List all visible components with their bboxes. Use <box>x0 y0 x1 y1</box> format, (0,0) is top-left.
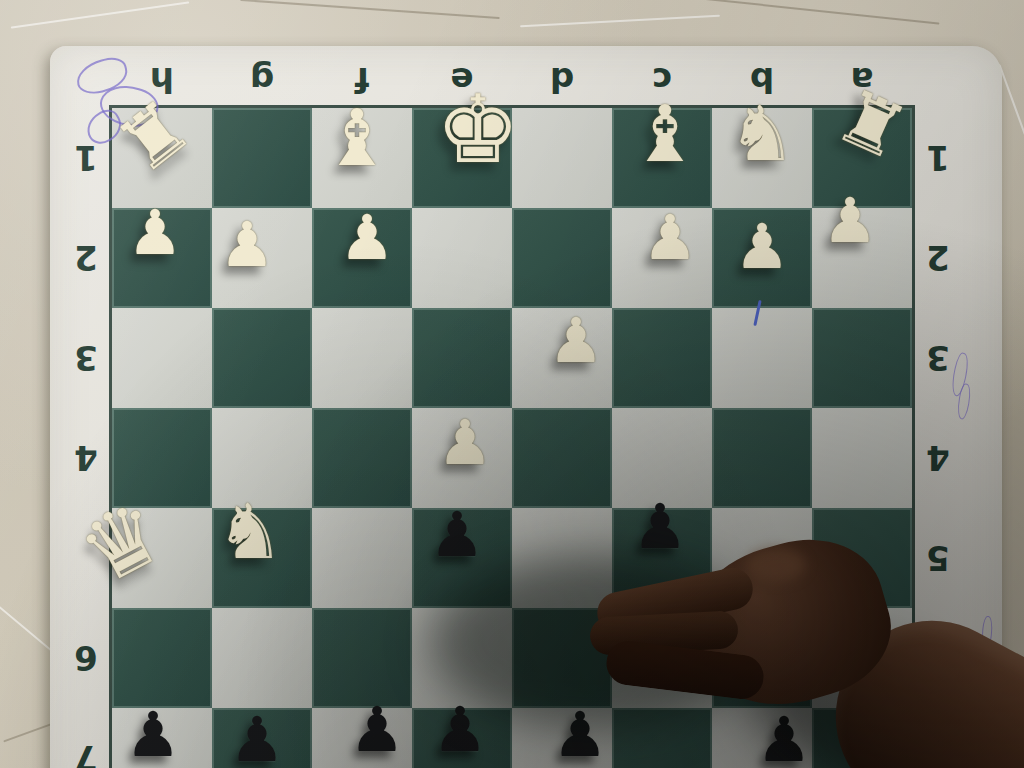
square-b3[interactable] <box>712 308 812 408</box>
piece-white-bishop-c1[interactable]: ♝ <box>630 95 700 173</box>
rank-label-left-3: 3 <box>74 338 98 378</box>
piece-black-pawn-e5[interactable]: ♟ <box>429 504 485 566</box>
rank-label-right-4: 4 <box>926 438 950 478</box>
piece-white-pawn-d3[interactable]: ♟ <box>548 310 604 372</box>
rank-label-right-3: 3 <box>926 338 950 378</box>
square-d4[interactable] <box>512 408 612 508</box>
piece-black-pawn-c5[interactable]: ♟ <box>632 496 688 558</box>
square-c3[interactable] <box>612 308 712 408</box>
square-g6[interactable] <box>212 608 312 708</box>
square-e3[interactable] <box>412 308 512 408</box>
rank-label-right-1: 1 <box>926 138 950 178</box>
square-h6[interactable] <box>112 608 212 708</box>
rank-label-left-1: 1 <box>74 138 98 178</box>
piece-black-pawn-e7[interactable]: ♟ <box>432 699 488 761</box>
rank-label-left-2: 2 <box>74 238 98 278</box>
piece-black-pawn-f7[interactable]: ♟ <box>349 699 405 761</box>
square-f5[interactable] <box>312 508 412 608</box>
square-f4[interactable] <box>312 408 412 508</box>
piece-black-pawn-g7[interactable]: ♟ <box>229 709 285 768</box>
piece-white-pawn-g2[interactable]: ♟ <box>219 214 275 276</box>
square-e2[interactable] <box>412 208 512 308</box>
piece-white-pawn-f2[interactable]: ♟ <box>339 207 395 269</box>
piece-white-pawn-a2[interactable]: ♟ <box>822 190 878 252</box>
square-d1[interactable] <box>512 108 612 208</box>
piece-white-pawn-h2[interactable]: ♟ <box>127 202 183 264</box>
table-scratch <box>11 1 190 28</box>
table-scratch <box>701 0 940 25</box>
piece-white-king-e1[interactable]: ♚ <box>436 83 520 177</box>
file-label-d: d <box>550 60 574 100</box>
rank-label-right-2: 2 <box>926 238 950 278</box>
square-a4[interactable] <box>812 408 912 508</box>
knuckle-highlight <box>746 548 806 582</box>
rank-label-left-6: 6 <box>74 638 98 678</box>
piece-white-knight-b1[interactable]: ♞ <box>728 96 796 172</box>
square-a3[interactable] <box>812 308 912 408</box>
piece-white-pawn-e4[interactable]: ♟ <box>437 412 493 474</box>
file-label-g: g <box>250 60 274 100</box>
table-scratch <box>999 64 1024 177</box>
square-d2[interactable] <box>512 208 612 308</box>
table-scratch <box>240 0 500 19</box>
square-f3[interactable] <box>312 308 412 408</box>
rank-label-left-7: 7 <box>74 738 98 768</box>
table-scratch <box>520 15 720 27</box>
chess-photo-scene: hgfedcba123467123456♜♝♚♝♞♜♟♟♟♟♟♟♟♟♛♞♟♟♞♟… <box>0 0 1024 768</box>
square-b4[interactable] <box>712 408 812 508</box>
piece-white-bishop-f1[interactable]: ♝ <box>322 99 392 177</box>
square-g1[interactable] <box>212 108 312 208</box>
piece-white-pawn-b2[interactable]: ♟ <box>734 216 790 278</box>
piece-black-pawn-h7[interactable]: ♟ <box>125 704 181 766</box>
square-h3[interactable] <box>112 308 212 408</box>
piece-white-pawn-c2[interactable]: ♟ <box>642 207 698 269</box>
rank-label-right-5: 5 <box>926 538 950 578</box>
piece-white-knight-g5[interactable]: ♞ <box>216 494 284 570</box>
square-g3[interactable] <box>212 308 312 408</box>
rank-label-left-4: 4 <box>74 438 98 478</box>
